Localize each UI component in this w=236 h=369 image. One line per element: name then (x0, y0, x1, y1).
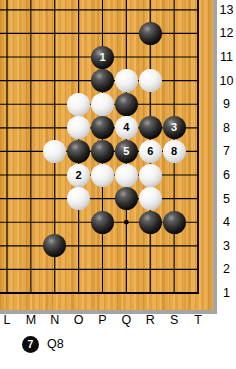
row-label-8: 8 (217, 121, 236, 135)
board-frame: 1435682 (0, 0, 217, 314)
stone-white-N7 (43, 140, 66, 163)
stone-white-P9 (91, 93, 114, 116)
row-label-10: 10 (217, 74, 236, 88)
stone-black-S4 (163, 211, 186, 234)
stone-white-Q6 (115, 164, 138, 187)
stone-black-R4 (139, 211, 162, 234)
row-label-2: 2 (217, 262, 236, 276)
stone-black-Q9 (115, 93, 138, 116)
stone-white-P6 (91, 164, 114, 187)
stone-black-P7 (91, 140, 114, 163)
stone-black-R12 (139, 22, 162, 45)
go-board[interactable]: 1435682 (0, 0, 213, 310)
column-label-P: P (94, 313, 112, 327)
stone-black-Q7: 5 (115, 140, 138, 163)
row-label-13: 13 (217, 3, 236, 17)
column-label-M: M (22, 313, 40, 327)
stone-white-S7: 8 (163, 140, 186, 163)
stone-white-Q10 (115, 69, 138, 92)
row-label-12: 12 (217, 26, 236, 40)
column-label-T: T (189, 313, 207, 327)
stone-white-R7: 6 (139, 140, 162, 163)
stone-white-R6 (139, 164, 162, 187)
row-label-3: 3 (217, 239, 236, 253)
column-label-Q: Q (117, 313, 135, 327)
column-label-O: O (70, 313, 88, 327)
stone-black-S8: 3 (163, 116, 186, 139)
row-label-11: 11 (217, 50, 236, 64)
row-label-4: 4 (217, 215, 236, 229)
stone-black-Q5 (115, 187, 138, 210)
row-label-7: 7 (217, 144, 236, 158)
stone-black-O7 (67, 140, 90, 163)
stone-black-P4 (91, 211, 114, 234)
stone-white-R10 (139, 69, 162, 92)
column-label-S: S (165, 313, 183, 327)
column-label-L: L (0, 313, 16, 327)
stone-white-O6: 2 (67, 164, 90, 187)
move-caption: 7 Q8 (0, 334, 236, 354)
stone-white-R5 (139, 187, 162, 210)
row-label-6: 6 (217, 168, 236, 182)
stone-black-R8 (139, 116, 162, 139)
row-label-1: 1 (217, 286, 236, 300)
row-label-9: 9 (217, 97, 236, 111)
stone-black-P10 (91, 69, 114, 92)
stone-white-O9 (67, 93, 90, 116)
column-label-N: N (46, 313, 64, 327)
caption-black-stone-icon: 7 (22, 336, 39, 353)
stone-black-P11: 1 (91, 46, 114, 69)
caption-move-text: Q8 (47, 336, 64, 353)
row-label-5: 5 (217, 192, 236, 206)
column-label-R: R (141, 313, 159, 327)
